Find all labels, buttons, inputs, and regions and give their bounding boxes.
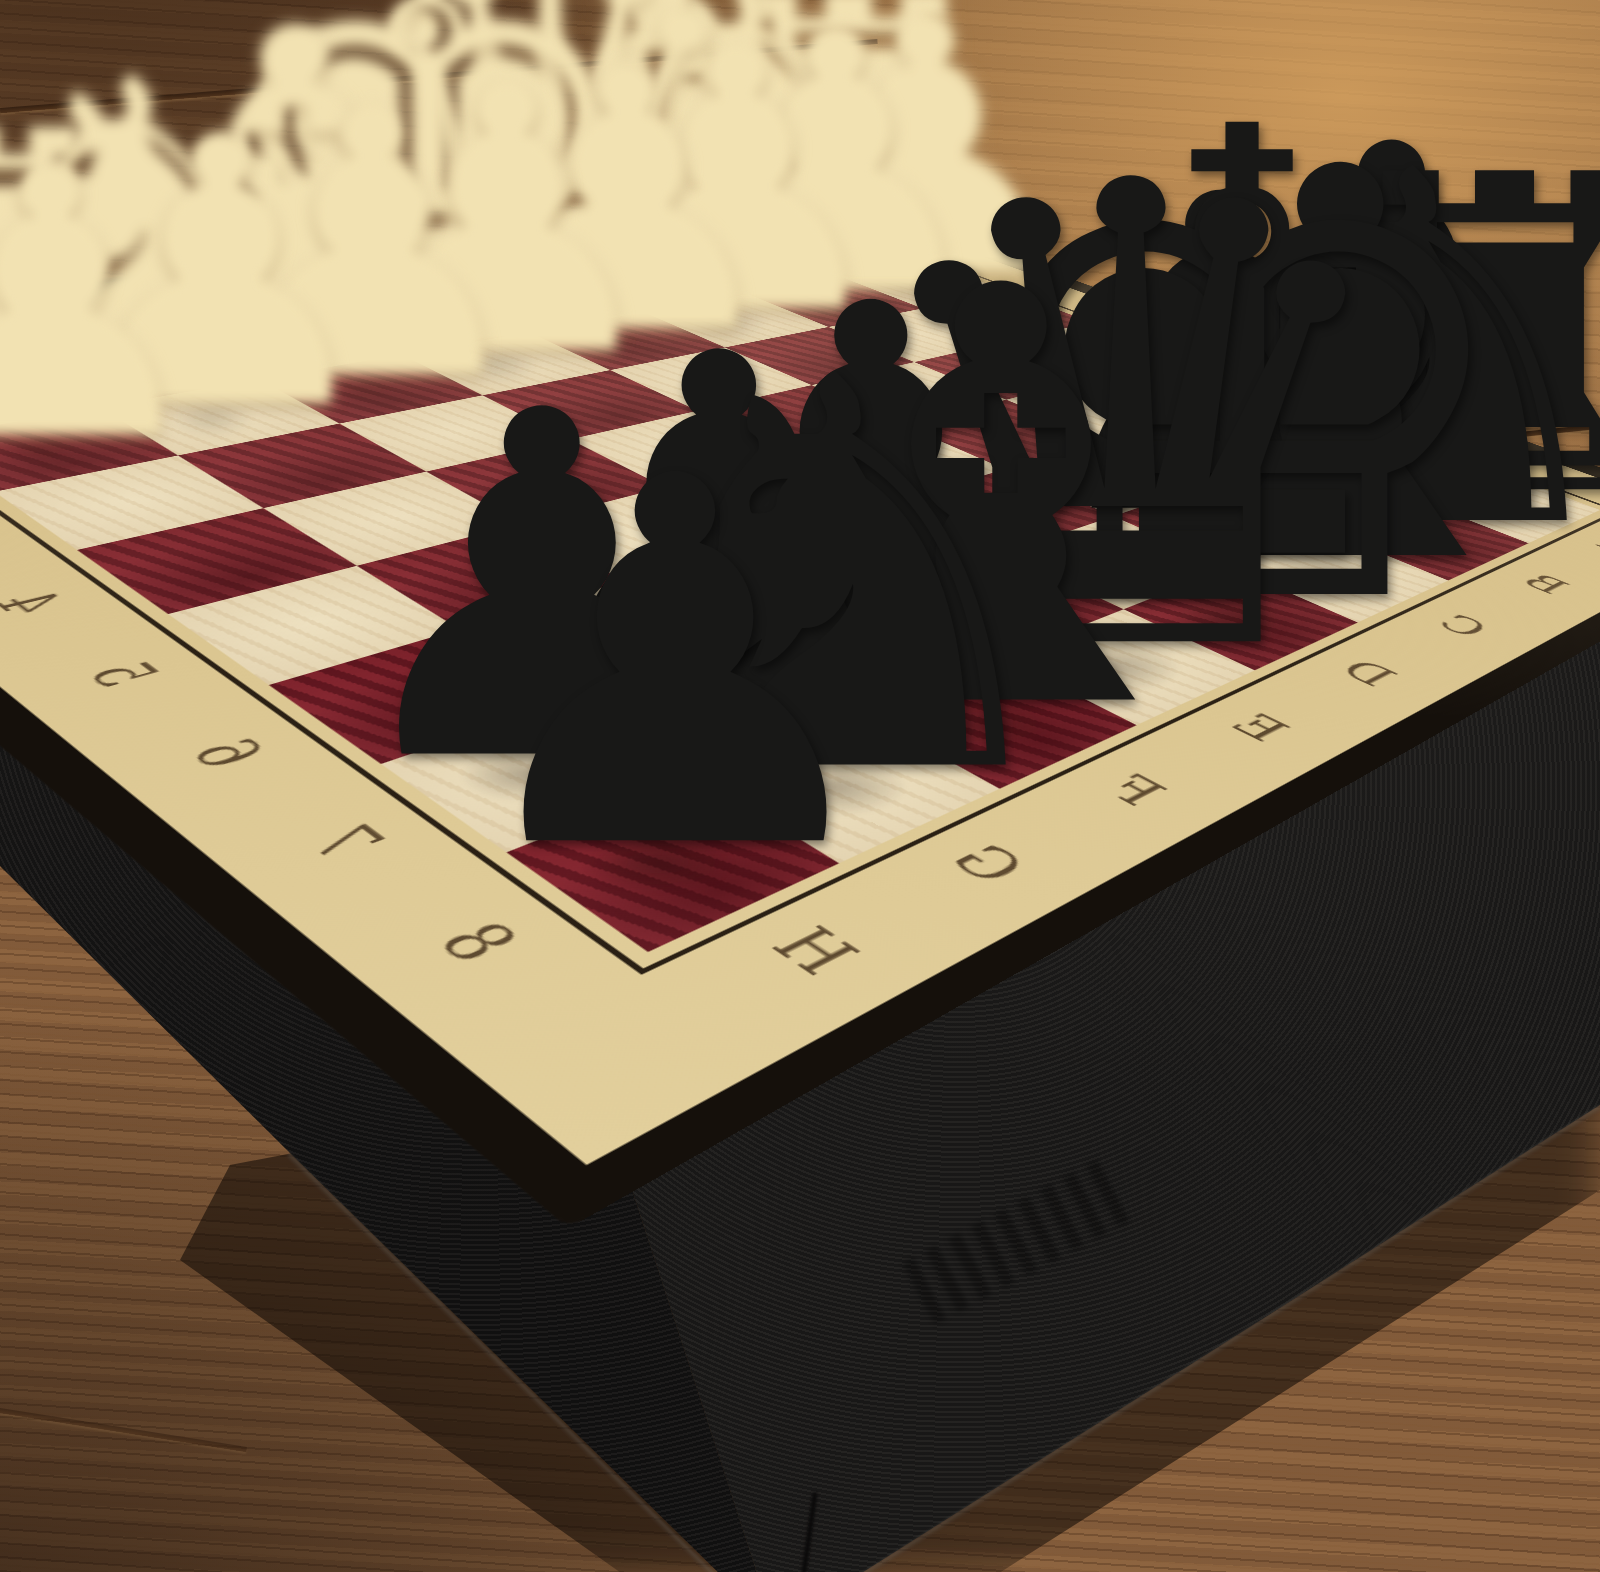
table-plank-gap (0, 1408, 247, 1452)
photo-of-magnetic-chess-set: HGFEDCBA87654321 ♜♞♝♛♚♝♞♜♟♟♟♟♟♟♟♟♜♞♝♚♛♝♞… (0, 0, 1600, 1572)
white-pawn-h2: ♟ (0, 121, 216, 492)
black-pawn-h8: ♟ (448, 413, 901, 919)
